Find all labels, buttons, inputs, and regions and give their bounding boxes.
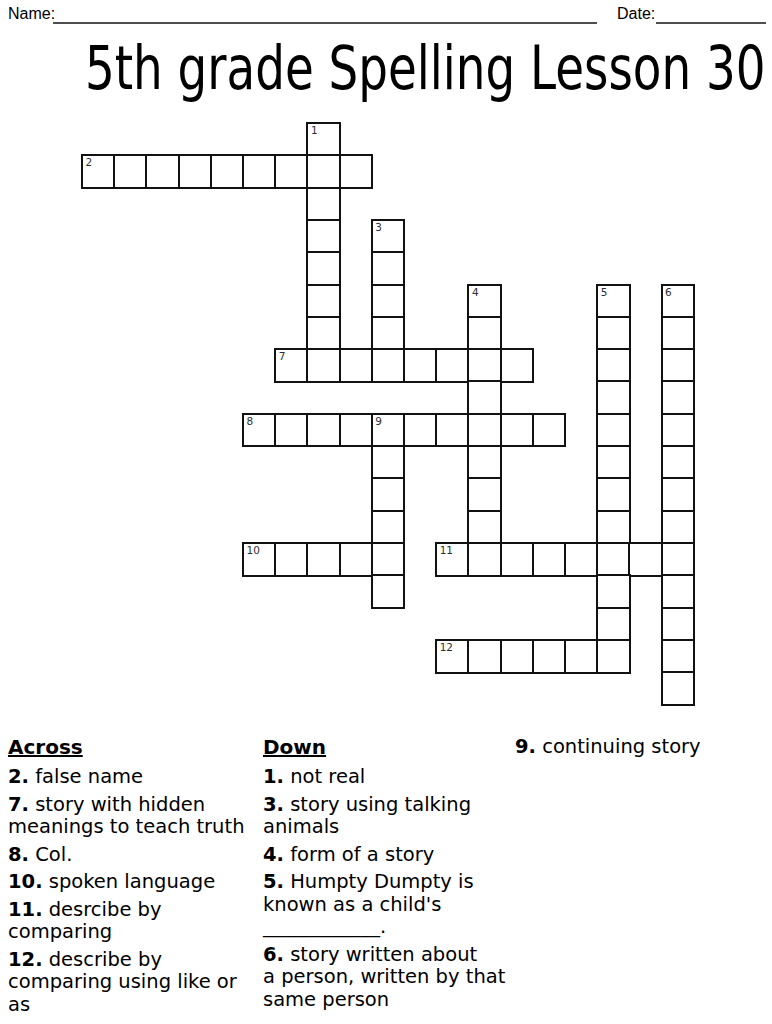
grid-cell-8-13[interactable] [339, 542, 374, 577]
clue-3: 3. story using talking animals [263, 794, 519, 839]
grid-cell-2-1[interactable] [145, 154, 180, 189]
grid-cell-16-16[interactable] [596, 639, 631, 674]
grid-cell-18-6[interactable] [661, 316, 696, 351]
clue-text: Col. [29, 843, 72, 866]
clue-number-label: 4. [263, 843, 284, 866]
grid-cell-18-10[interactable] [661, 445, 696, 480]
grid-cell-1-1[interactable] [113, 154, 148, 189]
clue-number-label: 10. [8, 870, 43, 893]
clue-number-label: 9. [515, 735, 536, 758]
grid-cell-10-9[interactable] [403, 413, 438, 448]
clue-text: Humpty Dumpty is known as a child's ____… [263, 870, 474, 938]
down-clue-list: 1. not real3. story using talking animal… [263, 766, 519, 1011]
grid-cell-18-12[interactable] [661, 510, 696, 545]
clue-number-label: 1. [263, 765, 284, 788]
grid-cell-7-2[interactable] [306, 187, 341, 222]
grid-cell-9-4[interactable] [371, 251, 406, 286]
down-clues-overflow-column: 9. continuing story [515, 736, 765, 764]
across-clue-list: 2. false name7. story with hidden meanin… [8, 766, 258, 1016]
clue-6: 6. story written about a person, written… [263, 944, 519, 1012]
grid-cell-8-1[interactable] [339, 154, 374, 189]
grid-cell-7-9[interactable] [306, 413, 341, 448]
grid-cell-18-7[interactable] [661, 348, 696, 383]
grid-cell-18-9[interactable] [661, 413, 696, 448]
grid-cell-12-9[interactable] [467, 413, 502, 448]
clue-number-label: 12. [8, 948, 43, 971]
grid-cell-14-13[interactable] [532, 542, 567, 577]
grid-cell-12-13[interactable] [467, 542, 502, 577]
clue-7: 7. story with hidden meanings to teach t… [8, 794, 258, 839]
date-blank-line[interactable] [656, 3, 766, 24]
grid-cell-13-7[interactable] [500, 348, 535, 383]
clue-number-label: 5. [263, 870, 284, 893]
grid-cell-8-9[interactable] [339, 413, 374, 448]
date-label: Date: [617, 5, 655, 23]
cell-number-11: 11 [440, 545, 453, 556]
grid-cell-16-9[interactable] [596, 413, 631, 448]
clue-text: story using talking animals [263, 793, 471, 839]
cell-number-5: 5 [601, 287, 608, 298]
grid-cell-9-6[interactable] [371, 316, 406, 351]
grid-cell-15-13[interactable] [564, 542, 599, 577]
grid-cell-12-16[interactable] [467, 639, 502, 674]
grid-cell-7-3[interactable] [306, 219, 341, 254]
grid-cell-18-8[interactable] [661, 380, 696, 415]
clue-number-label: 6. [263, 943, 284, 966]
clue-text: describe by comparing using like or as [8, 948, 237, 1016]
grid-cell-16-13[interactable] [596, 542, 631, 577]
cell-number-2: 2 [86, 157, 93, 168]
grid-cell-17-13[interactable] [628, 542, 663, 577]
grid-cell-12-12[interactable] [467, 510, 502, 545]
grid-cell-9-10[interactable] [371, 445, 406, 480]
grid-cell-9-13[interactable] [371, 542, 406, 577]
grid-cell-9-12[interactable] [371, 510, 406, 545]
down-clues-column: Down 1. not real3. story using talking a… [263, 736, 519, 1016]
grid-cell-18-15[interactable] [661, 607, 696, 642]
clue-text: story with hidden meanings to teach trut… [8, 793, 245, 839]
grid-cell-16-12[interactable] [596, 510, 631, 545]
grid-cell-14-16[interactable] [532, 639, 567, 674]
name-blank-line[interactable] [53, 3, 597, 24]
grid-cell-16-7[interactable] [596, 348, 631, 383]
clue-10: 10. spoken language [8, 871, 258, 894]
clue-5: 5. Humpty Dumpty is known as a child's _… [263, 871, 519, 939]
clue-number-label: 3. [263, 793, 284, 816]
clue-9: 9. continuing story [515, 736, 765, 759]
grid-cell-5-1[interactable] [242, 154, 277, 189]
grid-cell-6-1[interactable] [274, 154, 309, 189]
grid-cell-16-14[interactable] [596, 574, 631, 609]
grid-cell-9-7[interactable] [371, 348, 406, 383]
clue-number-label: 8. [8, 843, 29, 866]
clue-text: spoken language [43, 870, 216, 893]
worksheet-page: Name: Date: 5th grade Spelling Lesson 30… [0, 0, 772, 1024]
grid-cell-13-16[interactable] [500, 639, 535, 674]
grid-cell-12-10[interactable] [467, 445, 502, 480]
grid-cell-18-11[interactable] [661, 477, 696, 512]
grid-cell-9-14[interactable] [371, 574, 406, 609]
grid-cell-11-9[interactable] [435, 413, 470, 448]
grid-cell-4-1[interactable] [210, 154, 245, 189]
grid-cell-18-14[interactable] [661, 574, 696, 609]
page-title: 5th grade Spelling Lesson 30 [85, 36, 687, 100]
grid-cell-18-17[interactable] [661, 671, 696, 706]
grid-cell-6-9[interactable] [274, 413, 309, 448]
grid-cell-16-11[interactable] [596, 477, 631, 512]
grid-cell-16-8[interactable] [596, 380, 631, 415]
cell-number-3: 3 [375, 222, 382, 233]
grid-cell-16-15[interactable] [596, 607, 631, 642]
grid-cell-14-9[interactable] [532, 413, 567, 448]
grid-cell-7-6[interactable] [306, 316, 341, 351]
across-clues-column: Across 2. false name7. story with hidden… [8, 736, 258, 1021]
grid-cell-9-11[interactable] [371, 477, 406, 512]
grid-cell-18-16[interactable] [661, 639, 696, 674]
grid-cell-13-9[interactable] [500, 413, 535, 448]
cell-number-9: 9 [375, 416, 382, 427]
clue-text: story written about a person, written by… [263, 943, 505, 1011]
grid-cell-16-10[interactable] [596, 445, 631, 480]
grid-cell-9-5[interactable] [371, 284, 406, 319]
grid-cell-12-7[interactable] [467, 348, 502, 383]
grid-cell-12-8[interactable] [467, 380, 502, 415]
grid-cell-3-1[interactable] [178, 154, 213, 189]
cell-number-7: 7 [279, 351, 286, 362]
clue-text: continuing story [536, 735, 701, 758]
cell-number-6: 6 [665, 287, 672, 298]
crossword-grid: 278101112134569 [81, 122, 699, 708]
grid-cell-6-13[interactable] [274, 542, 309, 577]
grid-cell-13-13[interactable] [500, 542, 535, 577]
grid-cell-8-7[interactable] [339, 348, 374, 383]
clue-11: 11. desrcibe by comparing [8, 899, 258, 944]
cell-number-4: 4 [472, 287, 479, 298]
grid-cell-7-7[interactable] [306, 348, 341, 383]
down-header: Down [263, 736, 519, 759]
grid-cell-12-11[interactable] [467, 477, 502, 512]
cell-number-8: 8 [247, 416, 254, 427]
cell-number-1: 1 [311, 125, 318, 136]
name-label: Name: [8, 5, 55, 23]
grid-cell-7-4[interactable] [306, 251, 341, 286]
grid-cell-7-5[interactable] [306, 284, 341, 319]
clue-12: 12. describe by comparing using like or … [8, 949, 258, 1017]
grid-cell-12-6[interactable] [467, 316, 502, 351]
grid-cell-16-6[interactable] [596, 316, 631, 351]
clue-1: 1. not real [263, 766, 519, 789]
cell-number-10: 10 [247, 545, 260, 556]
grid-cell-15-16[interactable] [564, 639, 599, 674]
grid-cell-7-13[interactable] [306, 542, 341, 577]
clue-text: false name [29, 765, 143, 788]
clue-text: not real [284, 765, 365, 788]
clue-number-label: 7. [8, 793, 29, 816]
clue-number-label: 11. [8, 898, 43, 921]
grid-cell-7-1[interactable] [306, 154, 341, 189]
clue-text: form of a story [284, 843, 434, 866]
cell-number-12: 12 [440, 642, 453, 653]
clue-8: 8. Col. [8, 844, 258, 867]
clue-2: 2. false name [8, 766, 258, 789]
clue-number-label: 2. [8, 765, 29, 788]
grid-cell-10-7[interactable] [403, 348, 438, 383]
grid-cell-11-7[interactable] [435, 348, 470, 383]
across-header: Across [8, 736, 258, 759]
grid-cell-18-13[interactable] [661, 542, 696, 577]
clue-4: 4. form of a story [263, 844, 519, 867]
overflow-clue-list: 9. continuing story [515, 736, 765, 759]
